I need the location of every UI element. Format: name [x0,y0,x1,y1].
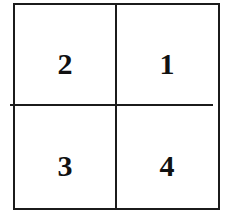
board-grid: 2 1 3 4 [15,5,219,209]
cell-value-top-right: 1 [160,49,175,79]
cell-top-right: 1 [115,5,219,105]
cell-value-top-left: 2 [58,49,73,79]
quadrant-grid-figure: 2 1 3 4 [0,0,228,220]
cell-value-bottom-right: 4 [160,151,175,181]
cell-top-left: 2 [15,5,115,105]
cell-bottom-left: 3 [15,105,115,209]
cell-value-bottom-left: 3 [58,151,73,181]
cell-bottom-right: 4 [115,105,219,209]
